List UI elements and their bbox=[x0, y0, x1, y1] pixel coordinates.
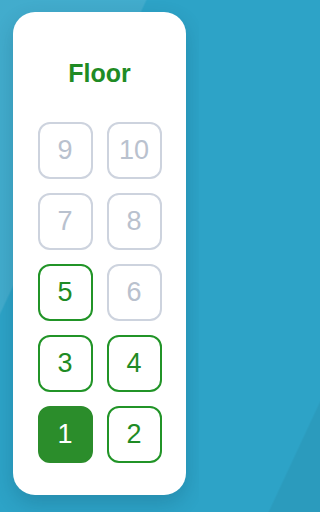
floor-button-6: 6 bbox=[107, 264, 162, 321]
floor-button-4[interactable]: 4 bbox=[107, 335, 162, 392]
floor-panel-card: Floor 9 10 7 8 5 6 3 4 1 2 bbox=[13, 12, 186, 495]
floor-button-9: 9 bbox=[38, 122, 93, 179]
panel-title: Floor bbox=[68, 58, 131, 88]
floor-button-1[interactable]: 1 bbox=[38, 406, 93, 463]
floor-button-8: 8 bbox=[107, 193, 162, 250]
floor-button-7: 7 bbox=[38, 193, 93, 250]
floor-button-5[interactable]: 5 bbox=[38, 264, 93, 321]
floor-button-3[interactable]: 3 bbox=[38, 335, 93, 392]
floor-button-10: 10 bbox=[107, 122, 162, 179]
floor-button-2[interactable]: 2 bbox=[107, 406, 162, 463]
floor-button-grid: 9 10 7 8 5 6 3 4 1 2 bbox=[38, 122, 162, 463]
